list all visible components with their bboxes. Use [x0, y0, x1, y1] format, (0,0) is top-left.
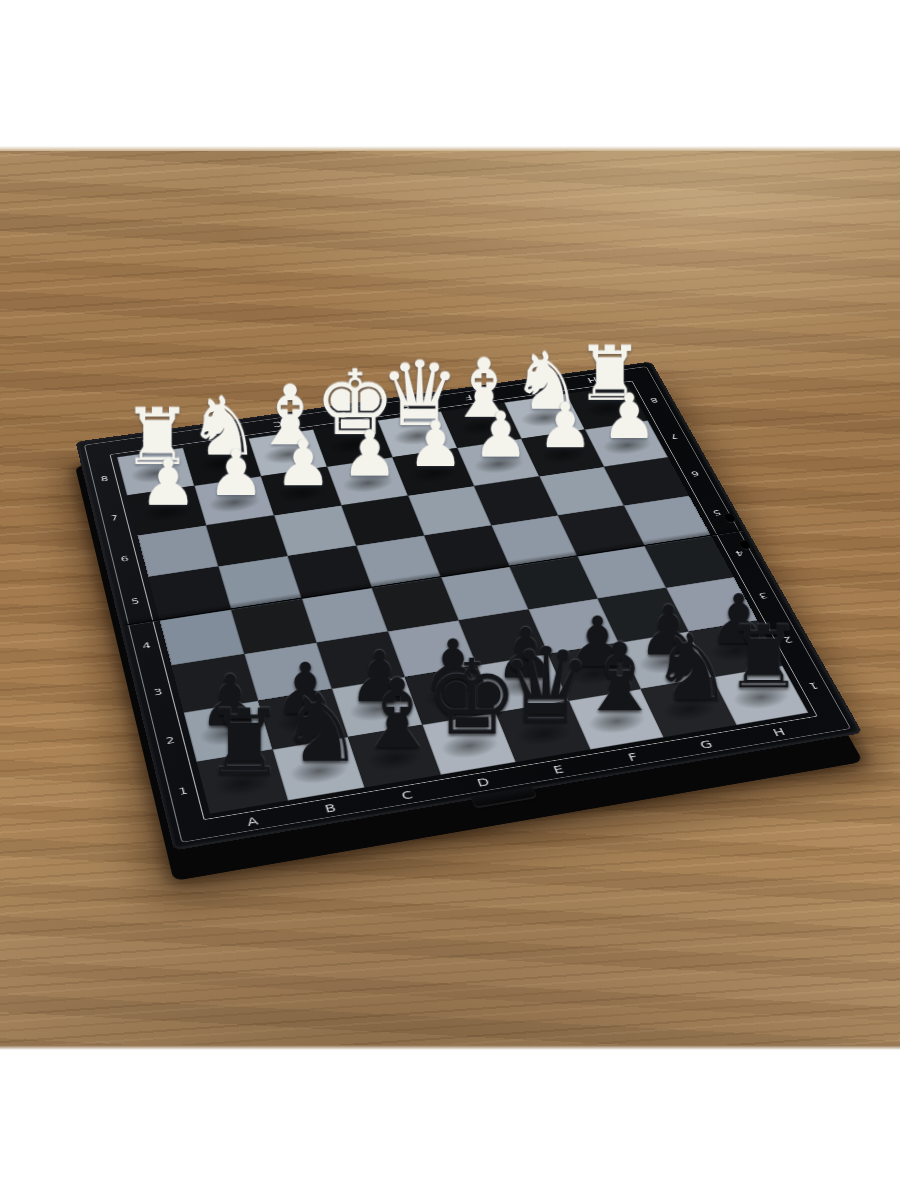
white-pawn: ♟: [207, 442, 264, 506]
black-knight: ♞: [650, 622, 732, 714]
white-pawn: ♟: [407, 414, 463, 477]
white-pawn: ♟: [537, 396, 593, 458]
square-a1: ♜: [197, 749, 288, 813]
black-bishop: ♝: [353, 667, 439, 763]
table-near-edge: [0, 1045, 900, 1050]
rank-label-left-8: 8: [89, 458, 120, 500]
black-rook: ♜: [203, 698, 284, 789]
rank-label-left-7: 7: [98, 496, 130, 539]
white-pawn: ♟: [139, 452, 196, 516]
square-a6: [137, 525, 218, 577]
rank-label-left-2: 2: [152, 714, 189, 768]
square-b7: ♟: [194, 476, 274, 525]
black-rook: ♜: [724, 615, 802, 702]
rank-label-left-4: 4: [129, 621, 164, 670]
white-pawn: ♟: [472, 405, 528, 467]
square-b1: ♞: [273, 737, 365, 800]
white-pawn: ♟: [341, 423, 398, 486]
rank-label-left-1: 1: [164, 763, 202, 819]
rank-label-left-3: 3: [140, 667, 176, 718]
black-knight: ♞: [278, 681, 363, 775]
rank-label-left-6: 6: [108, 536, 141, 581]
white-pawn: ♟: [274, 433, 331, 496]
table-far-edge: [0, 146, 900, 151]
